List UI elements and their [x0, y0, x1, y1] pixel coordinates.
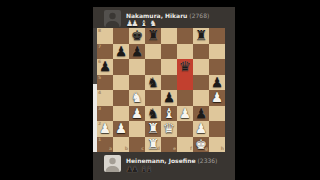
rank-label: 2 [98, 122, 101, 127]
white-pawn[interactable]: ♟ [211, 91, 223, 105]
avatar-bottom-player [104, 155, 121, 172]
square-e7[interactable] [161, 44, 177, 60]
square-h7[interactable] [209, 44, 225, 60]
rank-label: 6 [98, 60, 101, 65]
chess-app-panel: Nakamura, Hikaru(2768) ♟♟♝♞ 8♚♜♜7♟♟6♟♛5♞… [93, 7, 235, 180]
square-g6[interactable] [193, 59, 209, 75]
white-rook[interactable]: ♜ [147, 122, 159, 136]
square-b6[interactable] [113, 59, 129, 75]
captured-bishop-group: ♝♝ [140, 165, 150, 174]
video-frame: Nakamura, Hikaru(2768) ♟♟♝♞ 8♚♜♜7♟♟6♟♛5♞… [0, 0, 320, 180]
captured-pawn-group: ♟♟ [126, 165, 136, 174]
square-f4[interactable] [177, 90, 193, 106]
square-g1[interactable]: g♚ [193, 137, 209, 153]
square-a2[interactable]: 2♟ [97, 121, 113, 137]
square-h2[interactable] [209, 121, 225, 137]
rank-label: 5 [98, 76, 101, 81]
square-g8[interactable]: ♜ [193, 28, 209, 44]
square-f2[interactable] [177, 121, 193, 137]
square-d5[interactable]: ♞ [145, 75, 161, 91]
square-c1[interactable]: c [129, 137, 145, 153]
square-f5[interactable] [177, 75, 193, 91]
square-a7[interactable]: 7 [97, 44, 113, 60]
square-e6[interactable] [161, 59, 177, 75]
player-name-top: Nakamura, Hikaru(2768) [126, 12, 209, 19]
square-g4[interactable] [193, 90, 209, 106]
rank-label: 4 [98, 91, 101, 96]
square-h8[interactable] [209, 28, 225, 44]
square-c7[interactable]: ♟ [129, 44, 145, 60]
square-b1[interactable]: b [113, 137, 129, 153]
square-d3[interactable]: ♞ [145, 106, 161, 122]
file-label: c [141, 147, 144, 152]
player-name-top-text: Nakamura, Hikaru [126, 12, 187, 19]
square-h5[interactable]: ♟ [209, 75, 225, 91]
square-e2[interactable]: ♛ [161, 121, 177, 137]
square-d2[interactable]: ♜ [145, 121, 161, 137]
white-knight[interactable]: ♞ [131, 91, 143, 105]
rank-label: 7 [98, 45, 101, 50]
file-label: g [205, 147, 208, 152]
player-name-bottom: Heinemann, Josefine(2336) [126, 157, 217, 164]
square-g7[interactable] [193, 44, 209, 60]
black-pawn[interactable]: ♟ [131, 45, 143, 59]
file-label: b [125, 147, 128, 152]
square-d4[interactable] [145, 90, 161, 106]
square-a5[interactable]: 5 [97, 75, 113, 91]
white-pawn[interactable]: ♟ [115, 122, 127, 136]
square-e1[interactable]: e [161, 137, 177, 153]
rank-label: 3 [98, 107, 101, 112]
person-icon [104, 155, 121, 172]
square-c5[interactable] [129, 75, 145, 91]
captured-pieces-bottom: ♟♟♝♝ [126, 166, 155, 174]
square-h3[interactable] [209, 106, 225, 122]
square-f1[interactable]: f [177, 137, 193, 153]
black-king[interactable]: ♚ [131, 29, 143, 43]
square-c8[interactable]: ♚ [129, 28, 145, 44]
black-queen[interactable]: ♛ [179, 60, 191, 74]
square-b2[interactable]: ♟ [113, 121, 129, 137]
square-h4[interactable]: ♟ [209, 90, 225, 106]
player-rating-top: (2768) [189, 12, 209, 19]
person-icon [104, 10, 121, 27]
square-d7[interactable] [145, 44, 161, 60]
file-label: f [190, 147, 192, 152]
square-b5[interactable] [113, 75, 129, 91]
square-g3[interactable]: ♟ [193, 106, 209, 122]
square-b7[interactable]: ♟ [113, 44, 129, 60]
black-rook[interactable]: ♜ [195, 29, 207, 43]
square-a4[interactable]: 4 [97, 90, 113, 106]
black-rook[interactable]: ♜ [147, 29, 159, 43]
square-h6[interactable] [209, 59, 225, 75]
square-a1[interactable]: 1a [97, 137, 113, 153]
square-e5[interactable] [161, 75, 177, 91]
white-queen[interactable]: ♛ [163, 122, 175, 136]
rank-label: 8 [98, 29, 101, 34]
square-d6[interactable] [145, 59, 161, 75]
white-pawn[interactable]: ♟ [179, 107, 191, 121]
white-pawn[interactable]: ♟ [131, 107, 143, 121]
square-f8[interactable] [177, 28, 193, 44]
black-pawn[interactable]: ♟ [115, 45, 127, 59]
black-pawn[interactable]: ♟ [195, 107, 207, 121]
square-g2[interactable]: ♟ [193, 121, 209, 137]
black-pawn[interactable]: ♟ [163, 91, 175, 105]
avatar-top-player [104, 10, 121, 27]
player-rating-bottom: (2336) [197, 157, 217, 164]
square-h1[interactable]: h [209, 137, 225, 153]
black-knight[interactable]: ♞ [147, 107, 159, 121]
square-f6[interactable]: ♛ [177, 59, 193, 75]
chess-board[interactable]: 8♚♜♜7♟♟6♟♛5♞♟4♞♟♟3♟♞♝♟♟2♟♟♜♛♟1abcd♜efg♚h [97, 28, 225, 152]
square-c2[interactable] [129, 121, 145, 137]
square-a6[interactable]: 6♟ [97, 59, 113, 75]
square-d1[interactable]: d♜ [145, 137, 161, 153]
square-c4[interactable]: ♞ [129, 90, 145, 106]
square-c3[interactable]: ♟ [129, 106, 145, 122]
square-g5[interactable] [193, 75, 209, 91]
square-b3[interactable] [113, 106, 129, 122]
file-label: h [221, 147, 224, 152]
square-e8[interactable] [161, 28, 177, 44]
white-pawn[interactable]: ♟ [195, 122, 207, 136]
square-e3[interactable]: ♝ [161, 106, 177, 122]
file-label: e [173, 147, 176, 152]
square-b4[interactable] [113, 90, 129, 106]
square-f7[interactable] [177, 44, 193, 60]
white-bishop[interactable]: ♝ [163, 107, 175, 121]
square-a8[interactable]: 8 [97, 28, 113, 44]
rank-label: 1 [98, 138, 101, 143]
black-pawn[interactable]: ♟ [211, 76, 223, 90]
square-b8[interactable] [113, 28, 129, 44]
square-d8[interactable]: ♜ [145, 28, 161, 44]
square-c6[interactable] [129, 59, 145, 75]
square-f3[interactable]: ♟ [177, 106, 193, 122]
black-knight[interactable]: ♞ [147, 76, 159, 90]
file-label: a [109, 147, 112, 152]
file-label: d [157, 147, 160, 152]
player-name-bottom-text: Heinemann, Josefine [126, 157, 195, 164]
square-e4[interactable]: ♟ [161, 90, 177, 106]
square-a3[interactable]: 3 [97, 106, 113, 122]
